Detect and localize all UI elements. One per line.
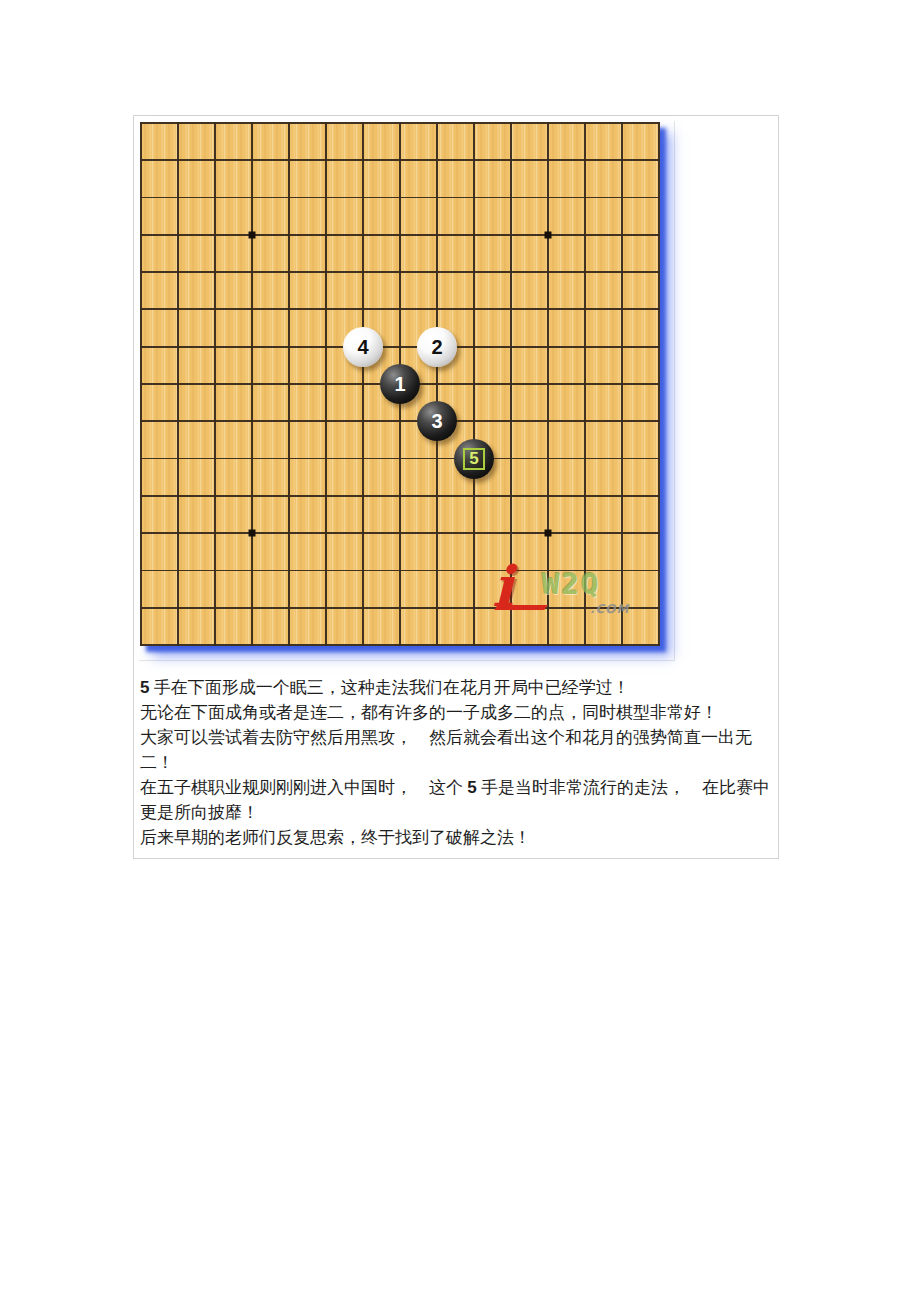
stone-move-number: 4 — [357, 337, 368, 357]
watermark-i-logo: i — [492, 558, 513, 614]
stone-black-3: 3 — [417, 401, 457, 441]
lesson-content-box: i W2Q .COM 12345 5 手在下面形成一个眠三，这种走法我们在花月开… — [133, 115, 779, 859]
paragraph-line-2: 无论在下面成角或者是连二，都有许多的一子成多二的点，同时棋型非常好！ — [140, 700, 774, 725]
line-text: 二！ — [140, 753, 174, 772]
star-point — [249, 231, 256, 238]
line-text: 后来早期的老师们反复思索，终于找到了破解之法！ — [140, 828, 531, 847]
paragraph-line-3: 大家可以尝试着去防守然后用黑攻， 然后就会看出这个和花月的强势简直一出无 — [140, 725, 774, 750]
board-image: i W2Q .COM 12345 — [139, 121, 675, 661]
watermark-com-text: .COM — [590, 602, 630, 616]
line-text: 手在下面形成一个眠三，这种走法我们在花月开局中已经学过！ — [149, 678, 629, 697]
line-text: 更是所向披靡！ — [140, 803, 259, 822]
paragraph-line-7: 后来早期的老师们反复思索，终于找到了破解之法！ — [140, 825, 774, 850]
paragraph-line-1: 5 手在下面形成一个眠三，这种走法我们在花月开局中已经学过！ — [140, 675, 774, 700]
stone-move-number: 1 — [394, 374, 405, 394]
line-text: 在五子棋职业规则刚刚进入中国时， 这个 — [140, 778, 467, 797]
paragraph-line-6: 更是所向披靡！ — [140, 800, 774, 825]
gomoku-board: i W2Q .COM 12345 — [140, 122, 660, 646]
stone-white-2: 2 — [417, 327, 457, 367]
stone-white-4: 4 — [343, 327, 383, 367]
paragraph-line-4: 二！ — [140, 750, 774, 775]
stone-move-number: 5 — [463, 448, 484, 470]
stone-black-5: 5 — [454, 439, 494, 479]
stone-move-number: 2 — [431, 337, 442, 357]
stone-black-1: 1 — [380, 364, 420, 404]
star-point — [249, 530, 256, 537]
stone-move-number: 3 — [431, 411, 442, 431]
star-point — [545, 231, 552, 238]
line-text: 无论在下面成角或者是连二，都有许多的一子成多二的点，同时棋型非常好！ — [140, 703, 718, 722]
move-number-bold: 5 — [467, 778, 476, 797]
page: i W2Q .COM 12345 5 手在下面形成一个眠三，这种走法我们在花月开… — [0, 0, 920, 1303]
paragraph-line-5: 在五子棋职业规则刚刚进入中国时， 这个 5 手是当时非常流行的走法， 在比赛中 — [140, 775, 774, 800]
watermark: i W2Q .COM — [492, 562, 660, 624]
star-point — [545, 530, 552, 537]
lesson-text: 5 手在下面形成一个眠三，这种走法我们在花月开局中已经学过！ 无论在下面成角或者… — [139, 675, 774, 850]
line-text: 大家可以尝试着去防守然后用黑攻， 然后就会看出这个和花月的强势简直一出无 — [140, 728, 752, 747]
line-text: 手是当时非常流行的走法， 在比赛中 — [477, 778, 770, 797]
watermark-site-text: W2Q — [542, 570, 600, 599]
